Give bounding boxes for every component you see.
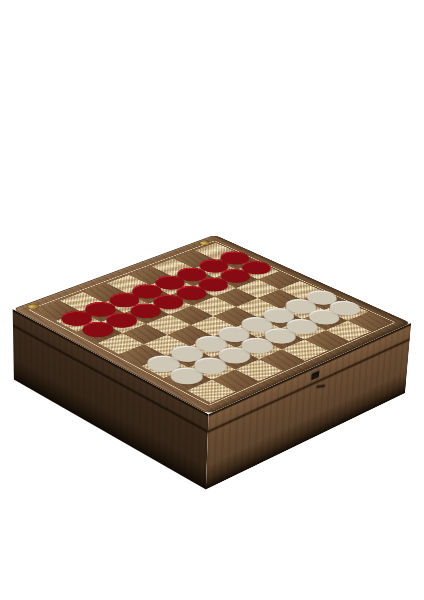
clasp-latch-icon bbox=[311, 369, 319, 381]
scene-tilt bbox=[0, 0, 424, 600]
clasp-hook-icon bbox=[316, 384, 325, 388]
product-photo bbox=[0, 0, 424, 600]
checkers-board bbox=[13, 235, 412, 414]
